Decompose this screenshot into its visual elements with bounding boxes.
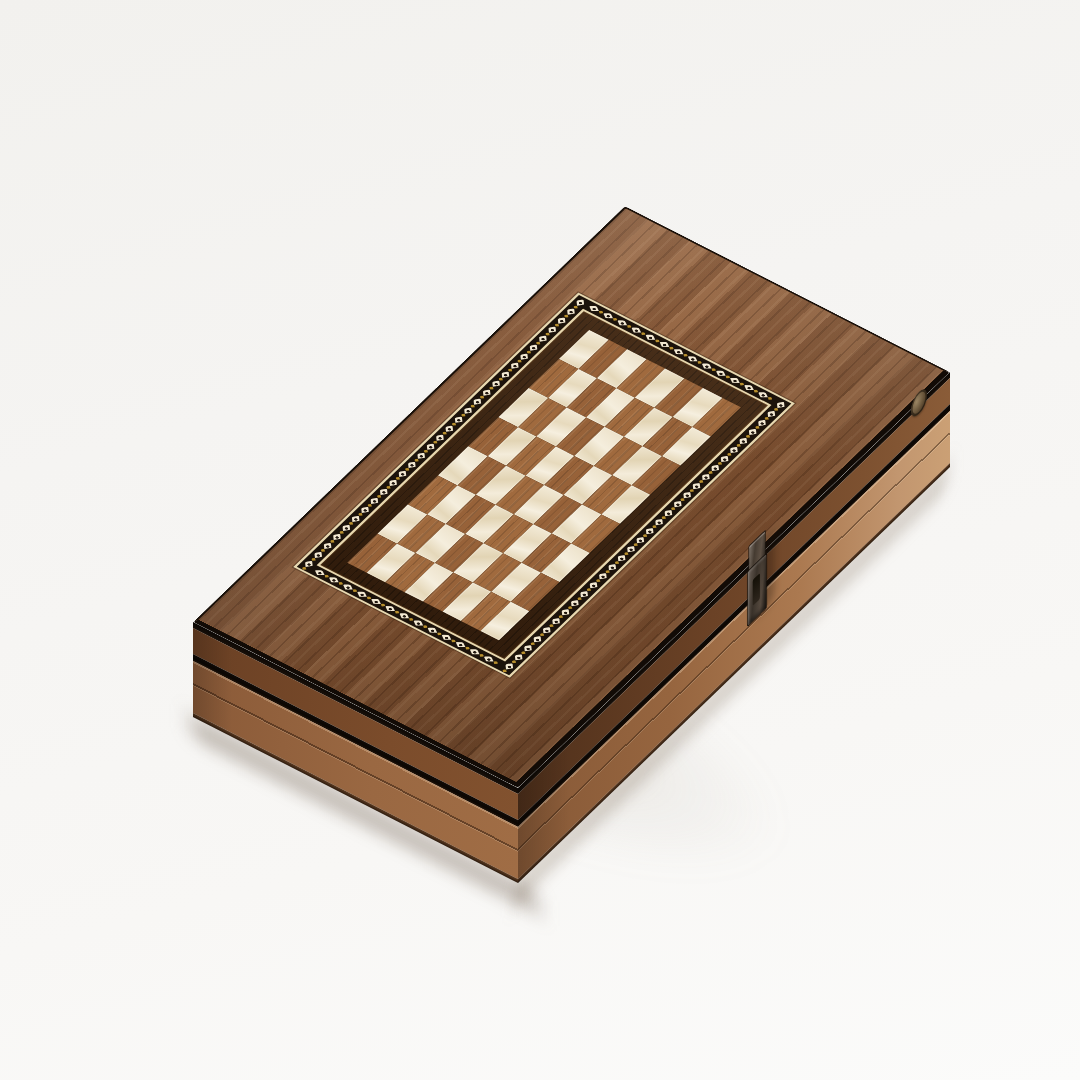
chessboard — [347, 330, 741, 640]
product-photo: { "scene": { "description": "Closed waln… — [0, 0, 1080, 1080]
